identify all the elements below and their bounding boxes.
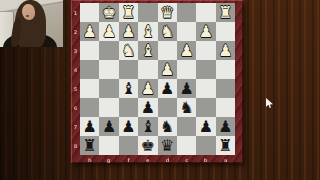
white-pawn: ♟ xyxy=(199,22,213,41)
rank-labels: 12345678 xyxy=(71,3,80,155)
square-e6[interactable]: ♟ xyxy=(138,98,157,117)
square-f6[interactable] xyxy=(119,98,138,117)
square-e2[interactable]: ♝ xyxy=(138,22,157,41)
square-d2[interactable]: ♞ xyxy=(158,22,177,41)
square-d8[interactable]: ♛ xyxy=(158,136,177,155)
square-e8[interactable]: ♚ xyxy=(138,136,157,155)
square-b8[interactable] xyxy=(196,136,215,155)
square-a1[interactable]: ♜ xyxy=(216,3,235,22)
square-d5[interactable]: ♟ xyxy=(158,79,177,98)
webcam-overlay xyxy=(0,0,63,47)
white-pawn: ♟ xyxy=(83,22,97,41)
square-g3[interactable] xyxy=(99,41,118,60)
square-g6[interactable] xyxy=(99,98,118,117)
square-a8[interactable]: ♜ xyxy=(216,136,235,155)
file-label: g xyxy=(101,156,117,163)
rank-label: 2 xyxy=(72,23,80,39)
chess-board: 12345678 ♚♜♛♜♟♟♟♝♞♟♞♝♟♟♟♝♟♟♟♟♞♟♟♟♝♞♟♟♜♚♛… xyxy=(71,0,243,163)
square-h7[interactable]: ♟ xyxy=(80,117,99,136)
rank-label: 1 xyxy=(72,4,80,20)
square-g2[interactable]: ♟ xyxy=(99,22,118,41)
rank-label: 5 xyxy=(72,80,80,96)
mouse-cursor[interactable] xyxy=(266,98,273,108)
square-e5[interactable]: ♟ xyxy=(138,79,157,98)
square-f7[interactable]: ♟ xyxy=(119,117,138,136)
square-a6[interactable] xyxy=(216,98,235,117)
file-label: b xyxy=(198,156,214,163)
black-rook: ♜ xyxy=(83,136,97,155)
square-h6[interactable] xyxy=(80,98,99,117)
square-a3[interactable]: ♟ xyxy=(216,41,235,60)
black-king: ♚ xyxy=(141,136,155,155)
square-g4[interactable] xyxy=(99,60,118,79)
black-pawn: ♟ xyxy=(141,98,155,117)
streamer-mouth xyxy=(26,15,29,17)
black-queen: ♛ xyxy=(160,136,174,155)
square-b5[interactable] xyxy=(196,79,215,98)
white-bishop: ♝ xyxy=(141,41,155,60)
square-b7[interactable]: ♟ xyxy=(196,117,215,136)
black-pawn: ♟ xyxy=(121,117,135,136)
square-g5[interactable] xyxy=(99,79,118,98)
square-f8[interactable] xyxy=(119,136,138,155)
square-c4[interactable] xyxy=(177,60,196,79)
square-b4[interactable] xyxy=(196,60,215,79)
square-g1[interactable]: ♚ xyxy=(99,3,118,22)
file-label: e xyxy=(140,156,156,163)
square-b6[interactable] xyxy=(196,98,215,117)
file-label: h xyxy=(81,156,97,163)
white-pawn: ♟ xyxy=(141,79,155,98)
square-f2[interactable]: ♟ xyxy=(119,22,138,41)
black-bishop: ♝ xyxy=(141,117,155,136)
square-d1[interactable]: ♛ xyxy=(158,3,177,22)
white-pawn: ♟ xyxy=(102,22,116,41)
square-d4[interactable]: ♟ xyxy=(158,60,177,79)
rank-label: 4 xyxy=(72,61,80,77)
black-pawn: ♟ xyxy=(218,117,232,136)
square-f1[interactable]: ♜ xyxy=(119,3,138,22)
black-bishop: ♝ xyxy=(121,79,135,98)
square-a4[interactable] xyxy=(216,60,235,79)
stream-background: 12345678 ♚♜♛♜♟♟♟♝♞♟♞♝♟♟♟♝♟♟♟♟♞♟♟♟♝♞♟♟♜♚♛… xyxy=(0,0,320,180)
square-h8[interactable]: ♜ xyxy=(80,136,99,155)
square-h4[interactable] xyxy=(80,60,99,79)
white-knight: ♞ xyxy=(121,41,135,60)
white-knight: ♞ xyxy=(160,22,174,41)
black-pawn: ♟ xyxy=(179,79,193,98)
square-h5[interactable] xyxy=(80,79,99,98)
square-g7[interactable]: ♟ xyxy=(99,117,118,136)
square-c7[interactable] xyxy=(177,117,196,136)
rank-label: 6 xyxy=(72,99,80,115)
white-pawn: ♟ xyxy=(218,41,232,60)
black-knight: ♞ xyxy=(160,117,174,136)
square-f5[interactable]: ♝ xyxy=(119,79,138,98)
white-queen: ♛ xyxy=(160,3,174,22)
black-knight: ♞ xyxy=(179,98,193,117)
file-label: f xyxy=(120,156,136,163)
square-e1[interactable] xyxy=(138,3,157,22)
rank-label: 3 xyxy=(72,42,80,58)
black-pawn: ♟ xyxy=(199,117,213,136)
square-d6[interactable] xyxy=(158,98,177,117)
square-c6[interactable]: ♞ xyxy=(177,98,196,117)
rank-label: 7 xyxy=(72,118,80,134)
square-g8[interactable] xyxy=(99,136,118,155)
white-rook: ♜ xyxy=(121,3,135,22)
square-a7[interactable]: ♟ xyxy=(216,117,235,136)
black-rook: ♜ xyxy=(218,136,232,155)
square-b3[interactable] xyxy=(196,41,215,60)
white-pawn: ♟ xyxy=(160,60,174,79)
square-a5[interactable] xyxy=(216,79,235,98)
white-bishop: ♝ xyxy=(141,22,155,41)
square-e3[interactable]: ♝ xyxy=(138,41,157,60)
square-c1[interactable] xyxy=(177,3,196,22)
square-h3[interactable] xyxy=(80,41,99,60)
white-pawn: ♟ xyxy=(179,41,193,60)
black-pawn: ♟ xyxy=(102,117,116,136)
black-pawn: ♟ xyxy=(83,117,97,136)
square-h1[interactable] xyxy=(80,3,99,22)
square-d7[interactable]: ♞ xyxy=(158,117,177,136)
square-h2[interactable]: ♟ xyxy=(80,22,99,41)
square-f3[interactable]: ♞ xyxy=(119,41,138,60)
file-label: a xyxy=(217,156,233,163)
white-rook: ♜ xyxy=(218,3,232,22)
square-c2[interactable] xyxy=(177,22,196,41)
square-f4[interactable] xyxy=(119,60,138,79)
square-b2[interactable]: ♟ xyxy=(196,22,215,41)
white-pawn: ♟ xyxy=(121,22,135,41)
board-grid[interactable]: ♚♜♛♜♟♟♟♝♞♟♞♝♟♟♟♝♟♟♟♟♞♟♟♟♝♞♟♟♜♚♛♜ xyxy=(80,3,235,155)
square-c5[interactable]: ♟ xyxy=(177,79,196,98)
black-pawn: ♟ xyxy=(160,79,174,98)
square-e4[interactable] xyxy=(138,60,157,79)
square-e7[interactable]: ♝ xyxy=(138,117,157,136)
square-c3[interactable]: ♟ xyxy=(177,41,196,60)
square-d3[interactable] xyxy=(158,41,177,60)
square-a2[interactable] xyxy=(216,22,235,41)
rank-label: 8 xyxy=(72,137,80,153)
white-king: ♚ xyxy=(102,3,116,22)
square-c8[interactable] xyxy=(177,136,196,155)
file-label: c xyxy=(178,156,194,163)
file-labels: hgfedcba xyxy=(80,155,235,163)
file-label: d xyxy=(159,156,175,163)
streamer-face xyxy=(21,3,35,20)
square-b1[interactable] xyxy=(196,3,215,22)
